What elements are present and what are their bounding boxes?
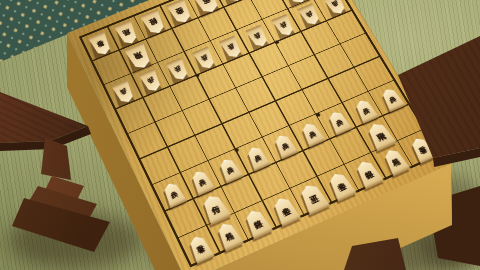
piece-kanji-bottom: 将 (148, 17, 159, 26)
piece-kanji-bottom: 兵 (198, 179, 207, 188)
piece-kanji-bottom: 兵 (119, 87, 128, 95)
piece-kanji-bottom: 兵 (226, 166, 235, 175)
shogi-scene: 香車桂馬銀将金将玉将金将銀将桂馬香車飛車角行歩兵歩兵歩兵歩兵歩兵歩兵歩兵歩兵歩兵… (0, 0, 480, 270)
piece-kanji-bottom: 馬 (224, 232, 235, 242)
piece-kanji-bottom: 兵 (362, 107, 371, 115)
piece-kanji-bottom: 将 (308, 194, 320, 205)
piece-kanji-bottom: 車 (376, 132, 387, 142)
piece-kanji-bottom: 兵 (330, 0, 339, 7)
piece-kanji-bottom: 将 (174, 6, 185, 15)
piece-kanji-bottom: 行 (210, 204, 222, 215)
piece-kanji-bottom: 兵 (281, 142, 290, 150)
piece-kanji-bottom: 馬 (122, 28, 132, 37)
piece-kanji-bottom: 兵 (308, 131, 317, 139)
piece-kanji-bottom: 兵 (335, 119, 344, 127)
piece-kanji-bottom: 馬 (391, 158, 402, 168)
piece-kanji-bottom: 兵 (200, 54, 209, 62)
piece-kanji-bottom: 将 (336, 182, 348, 193)
piece-kanji-bottom: 兵 (170, 191, 179, 200)
piece-kanji-bottom: 車 (133, 51, 144, 61)
piece-kanji-bottom: 将 (281, 206, 293, 217)
piece-kanji-bottom: 兵 (305, 10, 314, 18)
piece-kanji-bottom: 兵 (253, 154, 262, 163)
piece-kanji-bottom: 兵 (173, 65, 182, 73)
piece-kanji-bottom: 将 (252, 219, 264, 230)
piece-kanji-bottom: 兵 (279, 21, 288, 29)
piece-kanji-bottom: 兵 (226, 43, 235, 51)
piece-sente-bishop[interactable]: 角行 (198, 192, 233, 226)
piece-shadow (216, 0, 246, 7)
piece-kanji-bottom: 車 (418, 146, 429, 155)
piece-kanji-bottom: 兵 (253, 32, 262, 40)
piece-kanji-bottom: 兵 (388, 96, 397, 104)
piece-kanji-bottom: 将 (363, 169, 375, 180)
piece-kanji-bottom: 兵 (146, 76, 155, 84)
piece-kanji-bottom: 将 (200, 0, 211, 5)
piece-kanji-bottom: 車 (196, 244, 207, 254)
